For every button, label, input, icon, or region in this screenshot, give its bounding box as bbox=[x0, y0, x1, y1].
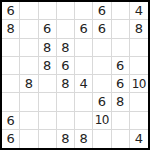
cell-r3c2[interactable] bbox=[20, 39, 38, 57]
cell-r3c7[interactable] bbox=[112, 39, 130, 57]
cell-r4c1[interactable] bbox=[2, 57, 20, 75]
cell-r1c8: 4 bbox=[130, 2, 148, 20]
cell-r4c2[interactable] bbox=[20, 57, 38, 75]
cell-r8c1: 6 bbox=[2, 130, 20, 148]
cell-r8c5: 8 bbox=[75, 130, 93, 148]
cell-r8c2[interactable] bbox=[20, 130, 38, 148]
cell-r1c5[interactable] bbox=[75, 2, 93, 20]
cell-r1c1: 6 bbox=[2, 2, 20, 20]
cell-r8c8: 4 bbox=[130, 130, 148, 148]
cell-r4c4: 6 bbox=[57, 57, 75, 75]
cell-r3c1[interactable] bbox=[2, 39, 20, 57]
cell-r2c3: 6 bbox=[39, 20, 57, 38]
cell-r2c7[interactable] bbox=[112, 20, 130, 38]
puzzle-board: 6648666888866884610686106884 bbox=[0, 0, 150, 150]
cell-r6c5[interactable] bbox=[75, 93, 93, 111]
cell-r8c6[interactable] bbox=[93, 130, 111, 148]
cell-r3c5[interactable] bbox=[75, 39, 93, 57]
cell-r2c4[interactable] bbox=[57, 20, 75, 38]
cell-r5c7: 6 bbox=[112, 75, 130, 93]
cell-r1c6: 6 bbox=[93, 2, 111, 20]
cell-r6c8[interactable] bbox=[130, 93, 148, 111]
cell-r2c6: 6 bbox=[93, 20, 111, 38]
cell-r8c3[interactable] bbox=[39, 130, 57, 148]
cell-r7c3[interactable] bbox=[39, 112, 57, 130]
cell-r4c8[interactable] bbox=[130, 57, 148, 75]
cell-r5c4: 8 bbox=[57, 75, 75, 93]
cell-r4c7: 6 bbox=[112, 57, 130, 75]
cell-r1c4[interactable] bbox=[57, 2, 75, 20]
cell-r2c8: 8 bbox=[130, 20, 148, 38]
cell-r8c7[interactable] bbox=[112, 130, 130, 148]
cell-r2c5: 6 bbox=[75, 20, 93, 38]
cell-r7c1: 6 bbox=[2, 112, 20, 130]
cell-r7c6: 10 bbox=[93, 112, 111, 130]
cell-r5c3[interactable] bbox=[39, 75, 57, 93]
cell-r7c5[interactable] bbox=[75, 112, 93, 130]
cell-r6c3[interactable] bbox=[39, 93, 57, 111]
cell-r6c1[interactable] bbox=[2, 93, 20, 111]
cell-r7c2[interactable] bbox=[20, 112, 38, 130]
cell-r2c1: 8 bbox=[2, 20, 20, 38]
cell-r7c4[interactable] bbox=[57, 112, 75, 130]
cell-r3c3: 8 bbox=[39, 39, 57, 57]
cell-r6c2[interactable] bbox=[20, 93, 38, 111]
cell-r6c7: 8 bbox=[112, 93, 130, 111]
cell-r4c3: 8 bbox=[39, 57, 57, 75]
cell-r5c5: 4 bbox=[75, 75, 93, 93]
cell-r4c5[interactable] bbox=[75, 57, 93, 75]
cell-r4c6[interactable] bbox=[93, 57, 111, 75]
cell-r1c7[interactable] bbox=[112, 2, 130, 20]
cell-r1c2[interactable] bbox=[20, 2, 38, 20]
cell-r5c2: 8 bbox=[20, 75, 38, 93]
cell-r3c6[interactable] bbox=[93, 39, 111, 57]
cell-r5c6[interactable] bbox=[93, 75, 111, 93]
cell-r6c4[interactable] bbox=[57, 93, 75, 111]
cell-r3c8[interactable] bbox=[130, 39, 148, 57]
cell-r7c7[interactable] bbox=[112, 112, 130, 130]
cell-r8c4: 8 bbox=[57, 130, 75, 148]
cell-r1c3[interactable] bbox=[39, 2, 57, 20]
cell-r2c2[interactable] bbox=[20, 20, 38, 38]
cell-r6c6: 6 bbox=[93, 93, 111, 111]
cell-r5c1[interactable] bbox=[2, 75, 20, 93]
cell-r3c4: 8 bbox=[57, 39, 75, 57]
cell-r5c8: 10 bbox=[130, 75, 148, 93]
cell-r7c8[interactable] bbox=[130, 112, 148, 130]
